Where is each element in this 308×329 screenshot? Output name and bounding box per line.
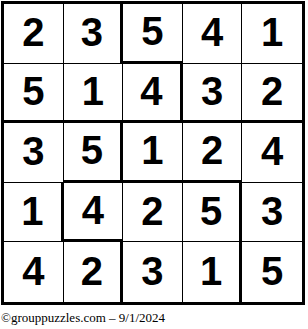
cell-value: 3 [261,191,283,231]
cell-r4c4[interactable]: 5 [183,183,243,243]
cell-r3c1[interactable]: 3 [4,123,64,183]
cell-value: 4 [140,71,162,111]
cell-value: 3 [141,251,163,291]
cell-r3c4[interactable]: 2 [183,123,243,183]
cell-value: 5 [261,251,283,291]
cell-value: 5 [141,11,163,51]
cell-r5c4[interactable]: 1 [183,242,243,302]
cell-r2c4[interactable]: 3 [183,64,243,124]
cell-r2c1[interactable]: 5 [4,64,64,124]
cell-r4c2[interactable]: 4 [64,183,124,243]
cell-r4c1[interactable]: 1 [4,183,64,243]
cell-value: 1 [141,130,163,170]
cell-value: 4 [22,251,44,291]
cell-r4c3[interactable]: 2 [123,183,183,243]
cell-value: 2 [81,251,103,291]
cell-r1c4[interactable]: 4 [183,4,243,64]
cell-r1c3[interactable]: 5 [123,4,183,64]
cell-value: 3 [81,12,103,52]
cell-value: 3 [201,71,223,111]
cell-value: 1 [21,191,43,231]
cell-value: 2 [141,191,163,231]
cell-r2c2[interactable]: 1 [64,64,124,124]
puzzle-board: 2354151432351241425342315 [1,1,305,305]
cell-r1c5[interactable]: 1 [242,4,302,64]
cell-value: 5 [200,191,222,231]
cell-value: 1 [261,12,283,52]
cell-value: 4 [201,12,223,52]
cell-r1c2[interactable]: 3 [64,4,124,64]
cell-r5c3[interactable]: 3 [123,242,183,302]
cell-r1c1[interactable]: 2 [4,4,64,64]
cell-r3c5[interactable]: 4 [242,123,302,183]
cell-r3c3[interactable]: 1 [123,123,183,183]
cell-value: 2 [22,12,44,52]
cell-value: 3 [22,131,44,171]
cell-r5c2[interactable]: 2 [64,242,124,302]
cell-value: 5 [81,130,103,170]
cell-r3c2[interactable]: 5 [64,123,124,183]
cell-r4c5[interactable]: 3 [242,183,302,243]
cell-r5c1[interactable]: 4 [4,242,64,302]
copyright-caption: ©grouppuzzles.com – 9/1/2024 [1,310,165,326]
cell-value: 5 [22,71,44,111]
cell-value: 2 [261,71,283,111]
cell-r2c3[interactable]: 4 [123,64,183,124]
cell-value: 4 [261,131,283,171]
cell-r2c5[interactable]: 2 [242,64,302,124]
cell-value: 1 [200,251,222,291]
cell-value: 2 [201,130,223,170]
cell-r5c5[interactable]: 5 [242,242,302,302]
cell-value: 1 [82,71,104,111]
cell-value: 4 [82,190,104,230]
